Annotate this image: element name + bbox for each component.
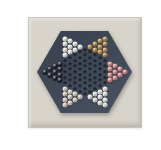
empty-hole[interactable] [68, 62, 71, 65]
marble-black[interactable] [57, 78, 62, 83]
empty-hole[interactable] [103, 59, 106, 62]
empty-hole[interactable] [98, 79, 101, 82]
empty-hole[interactable] [68, 73, 71, 76]
marble-sheen [57, 67, 62, 72]
empty-hole[interactable] [83, 93, 86, 96]
empty-hole[interactable] [68, 57, 71, 60]
empty-hole[interactable] [93, 82, 96, 85]
empty-hole[interactable] [88, 62, 91, 65]
marble-sheen [102, 92, 107, 97]
empty-hole[interactable] [78, 90, 81, 93]
empty-hole[interactable] [93, 54, 96, 57]
photo-background [0, 0, 161, 150]
empty-hole[interactable] [73, 65, 76, 68]
empty-hole[interactable] [83, 71, 86, 74]
marble-sheen [102, 42, 107, 47]
empty-hole[interactable] [88, 90, 91, 93]
marble-sheen [102, 36, 107, 41]
marble-silver-white[interactable] [102, 103, 107, 108]
empty-hole[interactable] [63, 82, 66, 85]
empty-hole[interactable] [88, 51, 91, 54]
marble-gold[interactable] [102, 36, 107, 41]
empty-hole[interactable] [98, 57, 101, 60]
marble-silver-white[interactable] [102, 92, 107, 97]
empty-hole[interactable] [83, 54, 86, 57]
marble-sheen [102, 86, 107, 91]
board-cells-layer [37, 31, 132, 113]
empty-hole[interactable] [63, 76, 66, 79]
empty-hole[interactable] [83, 59, 86, 62]
marble-gold[interactable] [102, 42, 107, 47]
marble-sheen [102, 103, 107, 108]
empty-hole[interactable] [83, 82, 86, 85]
empty-hole[interactable] [78, 51, 81, 54]
marble-sheen [122, 70, 127, 75]
empty-hole[interactable] [83, 87, 86, 90]
empty-hole[interactable] [93, 76, 96, 79]
marble-sheen [57, 78, 62, 83]
empty-hole[interactable] [93, 71, 96, 74]
marble-sheen [77, 44, 82, 49]
empty-hole[interactable] [78, 79, 81, 82]
marble-sheen [57, 61, 62, 66]
empty-hole[interactable] [93, 87, 96, 90]
empty-hole[interactable] [88, 68, 91, 71]
empty-hole[interactable] [63, 59, 66, 62]
empty-hole[interactable] [63, 65, 66, 68]
empty-hole[interactable] [83, 76, 86, 79]
empty-hole[interactable] [73, 87, 76, 90]
empty-hole[interactable] [98, 84, 101, 87]
empty-hole[interactable] [73, 59, 76, 62]
chinese-checkers-board [37, 31, 132, 113]
empty-hole[interactable] [73, 76, 76, 79]
empty-hole[interactable] [78, 62, 81, 65]
empty-hole[interactable] [88, 57, 91, 60]
marble-black[interactable] [57, 67, 62, 72]
marble-sheen [102, 97, 107, 102]
marble-black[interactable] [57, 72, 62, 77]
empty-hole[interactable] [93, 65, 96, 68]
empty-hole[interactable] [98, 62, 101, 65]
empty-hole[interactable] [78, 68, 81, 71]
empty-hole[interactable] [103, 65, 106, 68]
empty-hole[interactable] [83, 65, 86, 68]
empty-hole[interactable] [93, 59, 96, 62]
empty-hole[interactable] [78, 84, 81, 87]
empty-hole[interactable] [78, 73, 81, 76]
empty-hole[interactable] [103, 76, 106, 79]
empty-hole[interactable] [68, 84, 71, 87]
empty-hole[interactable] [78, 57, 81, 60]
empty-hole[interactable] [98, 68, 101, 71]
empty-hole[interactable] [73, 82, 76, 85]
empty-hole[interactable] [88, 79, 91, 82]
empty-hole[interactable] [63, 71, 66, 74]
marble-sheen [57, 72, 62, 77]
marble-tan-beige[interactable] [77, 95, 82, 100]
empty-hole[interactable] [103, 71, 106, 74]
marble-black[interactable] [57, 61, 62, 66]
marble-rose-pink[interactable] [122, 70, 127, 75]
marble-silver-white[interactable] [102, 97, 107, 102]
marble-gold[interactable] [102, 53, 107, 58]
empty-hole[interactable] [68, 79, 71, 82]
marble-sheen [102, 47, 107, 52]
empty-hole[interactable] [73, 54, 76, 57]
marble-silver-white[interactable] [102, 86, 107, 91]
empty-hole[interactable] [103, 82, 106, 85]
empty-hole[interactable] [68, 68, 71, 71]
empty-hole[interactable] [88, 84, 91, 87]
empty-hole[interactable] [88, 73, 91, 76]
marble-white[interactable] [77, 44, 82, 49]
empty-hole[interactable] [73, 71, 76, 74]
marble-sheen [102, 53, 107, 58]
empty-hole[interactable] [98, 73, 101, 76]
empty-hole[interactable] [83, 48, 86, 51]
marble-gold[interactable] [102, 47, 107, 52]
marble-sheen [77, 95, 82, 100]
